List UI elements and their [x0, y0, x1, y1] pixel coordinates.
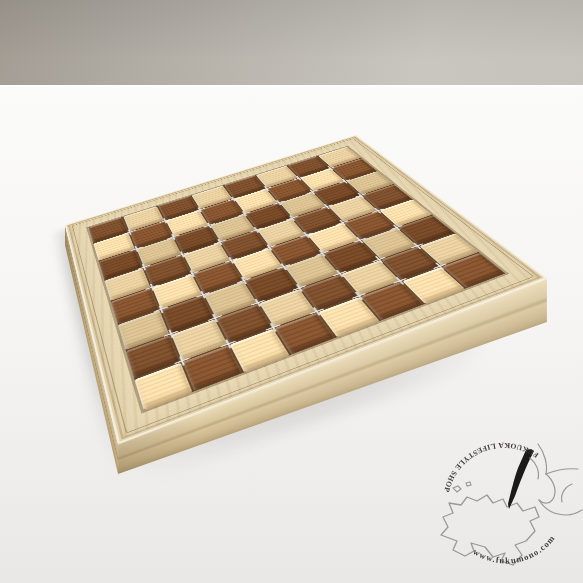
background-wall	[0, 0, 583, 85]
map-island	[466, 482, 471, 486]
logo-url-text: www.fukumono.com	[471, 533, 557, 566]
fukumono-logo: www.fukumono.com FUKUOKA LIFESTYLE SHOP	[426, 424, 583, 582]
scene: www.fukumono.com FUKUOKA LIFESTYLE SHOP	[0, 0, 583, 583]
map-island	[453, 486, 461, 492]
